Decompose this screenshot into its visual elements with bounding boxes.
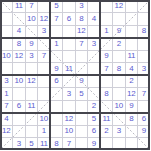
cell-r8c11[interactable]: [138, 100, 151, 113]
cell-r7c3[interactable]: [38, 88, 51, 101]
cell-r11c6[interactable]: [75, 138, 88, 151]
cell-r3c1: 8: [13, 38, 26, 51]
cell-r1c0[interactable]: [0, 13, 13, 26]
cell-r8c3[interactable]: [38, 100, 51, 113]
cell-r5c7[interactable]: [88, 63, 101, 76]
cells: 1175312101276844312198891732101237911911…: [0, 0, 150, 150]
cell-r3c7: 3: [88, 38, 101, 51]
cell-r6c7[interactable]: [88, 75, 101, 88]
cell-r10c11: 9: [138, 125, 151, 138]
cell-r9c8: 11: [100, 113, 113, 126]
cell-r11c9[interactable]: [113, 138, 126, 151]
cell-r8c5[interactable]: [63, 100, 76, 113]
cell-r9c10: 8: [125, 113, 138, 126]
cell-r5c3[interactable]: [38, 63, 51, 76]
cell-r5c1[interactable]: [13, 63, 26, 76]
cell-r2c10[interactable]: [125, 25, 138, 38]
cell-r4c7[interactable]: [88, 50, 101, 63]
cell-r5c9: 8: [113, 63, 126, 76]
cell-r7c6: 5: [75, 88, 88, 101]
cell-r1c1[interactable]: [13, 13, 26, 26]
cell-r1c6: 8: [75, 13, 88, 26]
cell-r6c5[interactable]: [63, 75, 76, 88]
cell-r3c5[interactable]: [63, 38, 76, 51]
cell-r7c5: 3: [63, 88, 76, 101]
cell-r2c3: 3: [38, 25, 51, 38]
cell-r8c4[interactable]: [50, 100, 63, 113]
cell-r7c10: 12: [125, 88, 138, 101]
cell-r7c4[interactable]: [50, 88, 63, 101]
cell-r4c9[interactable]: [113, 50, 126, 63]
cell-r2c11: 8: [138, 25, 151, 38]
cell-r6c9[interactable]: [113, 75, 126, 88]
cell-r4c4[interactable]: [50, 50, 63, 63]
cell-r6c1: 10: [13, 75, 26, 88]
cell-r0c11[interactable]: [138, 0, 151, 13]
cell-r11c11[interactable]: [138, 138, 151, 151]
cell-r10c1[interactable]: [13, 125, 26, 138]
cell-r11c1: 3: [13, 138, 26, 151]
cell-r2c7[interactable]: [88, 25, 101, 38]
cell-r0c3[interactable]: [38, 0, 51, 13]
cell-r11c10[interactable]: [125, 138, 138, 151]
cell-r11c2: 5: [25, 138, 38, 151]
cell-r4c8: 9: [100, 50, 113, 63]
cell-r3c11[interactable]: [138, 38, 151, 51]
cell-r10c10[interactable]: [125, 125, 138, 138]
cell-r11c4: 8: [50, 138, 63, 151]
cell-r5c11: 3: [138, 63, 151, 76]
cell-r10c7: 6: [88, 125, 101, 138]
cell-r3c9: 2: [113, 38, 126, 51]
cell-r11c0[interactable]: [0, 138, 13, 151]
cell-r8c8[interactable]: [100, 100, 113, 113]
cell-r2c4[interactable]: [50, 25, 63, 38]
cell-r3c6: 7: [75, 38, 88, 51]
cell-r9c7: 5: [88, 113, 101, 126]
cell-r4c2: 3: [25, 50, 38, 63]
cell-r8c1: 6: [13, 100, 26, 113]
cell-r9c2[interactable]: [25, 113, 38, 126]
cell-r3c8[interactable]: [100, 38, 113, 51]
cell-r5c8: 7: [100, 63, 113, 76]
cell-r8c2: 11: [25, 100, 38, 113]
cell-r3c3[interactable]: [38, 38, 51, 51]
cell-r0c8[interactable]: [100, 0, 113, 13]
cell-r6c8[interactable]: [100, 75, 113, 88]
cell-r5c5: 11: [63, 63, 76, 76]
cell-r11c8[interactable]: [100, 138, 113, 151]
sudoku-x-board: 1175312101276844312198891732101237911911…: [0, 0, 150, 150]
cell-r7c11: 7: [138, 88, 151, 101]
cell-r3c4: 1: [50, 38, 63, 51]
cell-r10c0: 12: [0, 125, 13, 138]
cell-r9c3: 10: [38, 113, 51, 126]
cell-r10c6[interactable]: [75, 125, 88, 138]
cell-r0c4: 5: [50, 0, 63, 13]
cell-r6c6: 9: [75, 75, 88, 88]
cell-r0c9: 12: [113, 0, 126, 13]
cell-r1c2: 10: [25, 13, 38, 26]
cell-r1c10[interactable]: [125, 13, 138, 26]
cell-r0c2: 7: [25, 0, 38, 13]
cell-r10c3: 1: [38, 125, 51, 138]
cell-r6c2: 12: [25, 75, 38, 88]
cell-r0c10[interactable]: [125, 0, 138, 13]
cell-r2c8: 1: [100, 25, 113, 38]
cell-r0c5[interactable]: [63, 0, 76, 13]
cell-r11c3: 11: [38, 138, 51, 151]
cell-r1c3: 12: [38, 13, 51, 26]
cell-r4c3: 7: [38, 50, 51, 63]
cell-r9c1[interactable]: [13, 113, 26, 126]
cell-r8c6[interactable]: [75, 100, 88, 113]
cell-r2c6: 12: [75, 25, 88, 38]
cell-r1c4: 7: [50, 13, 63, 26]
cell-r2c0[interactable]: [0, 25, 13, 38]
cell-r5c2[interactable]: [25, 63, 38, 76]
cell-r3c10[interactable]: [125, 38, 138, 51]
cell-r7c7[interactable]: [88, 88, 101, 101]
cell-r5c0[interactable]: [0, 63, 13, 76]
cell-r6c4: 6: [50, 75, 63, 88]
cell-r0c0[interactable]: [0, 0, 13, 13]
cell-r8c10: 9: [125, 100, 138, 113]
cell-r4c6[interactable]: [75, 50, 88, 63]
cell-r8c7: 2: [88, 100, 101, 113]
cell-r7c8: 8: [100, 88, 113, 101]
cell-r9c9[interactable]: [113, 113, 126, 126]
cell-r5c6[interactable]: [75, 63, 88, 76]
cell-r7c9[interactable]: [113, 88, 126, 101]
cell-r1c5: 6: [63, 13, 76, 26]
cell-r8c9: 10: [113, 100, 126, 113]
cell-r2c9: 9: [113, 25, 126, 38]
cell-r4c5[interactable]: [63, 50, 76, 63]
cell-r9c6[interactable]: [75, 113, 88, 126]
cell-r5c10: 4: [125, 63, 138, 76]
cell-r10c5: 10: [63, 125, 76, 138]
cell-r3c2: 9: [25, 38, 38, 51]
cell-r2c1: 4: [13, 25, 26, 38]
cell-r4c0: 10: [0, 50, 13, 63]
cell-r0c7[interactable]: [88, 0, 101, 13]
cell-r5c4: 9: [50, 63, 63, 76]
cell-r9c0: 4: [0, 113, 13, 126]
cell-r7c2[interactable]: [25, 88, 38, 101]
cell-r9c4[interactable]: [50, 113, 63, 126]
cell-r1c9[interactable]: [113, 13, 126, 26]
cell-r10c4[interactable]: [50, 125, 63, 138]
cell-r8c0: 7: [0, 100, 13, 113]
cell-r11c5: 7: [63, 138, 76, 151]
cell-r0c6: 3: [75, 0, 88, 13]
cell-r1c8[interactable]: [100, 13, 113, 26]
cell-r4c11[interactable]: [138, 50, 151, 63]
cell-r9c11: 6: [138, 113, 151, 126]
cell-r2c5[interactable]: [63, 25, 76, 38]
cell-r6c10: 2: [125, 75, 138, 88]
cell-r11c7: 9: [88, 138, 101, 151]
cell-r9c5: 12: [63, 113, 76, 126]
cell-r10c8: 2: [100, 125, 113, 138]
cell-r0c1: 11: [13, 0, 26, 13]
cell-r4c10: 11: [125, 50, 138, 63]
cell-r7c1[interactable]: [13, 88, 26, 101]
cell-r1c7: 4: [88, 13, 101, 26]
cell-r7c0: 1: [0, 88, 13, 101]
cell-r4c1: 12: [13, 50, 26, 63]
cell-r6c3[interactable]: [38, 75, 51, 88]
cell-r10c9: 3: [113, 125, 126, 138]
cell-r6c0: 3: [0, 75, 13, 88]
cell-r10c2[interactable]: [25, 125, 38, 138]
cell-r3c0[interactable]: [0, 38, 13, 51]
cell-r2c2[interactable]: [25, 25, 38, 38]
cell-r1c11[interactable]: [138, 13, 151, 26]
cell-r6c11[interactable]: [138, 75, 151, 88]
